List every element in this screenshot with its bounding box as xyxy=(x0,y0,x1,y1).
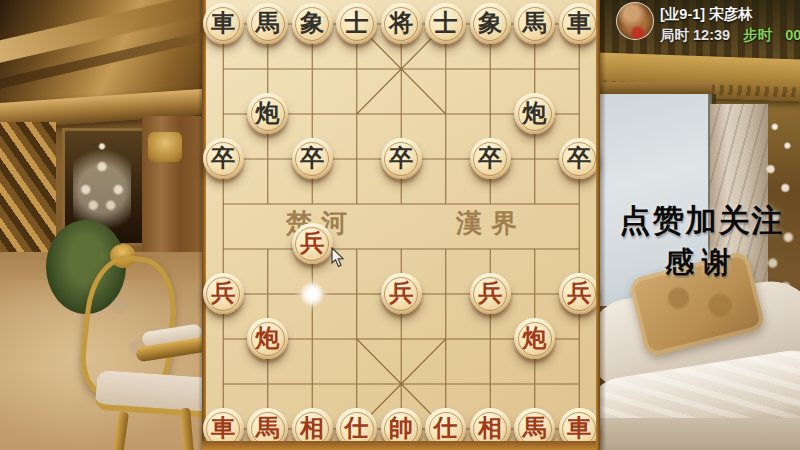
piece-glyph: 馬 xyxy=(256,7,280,39)
move-time-value: 00:30 xyxy=(785,27,800,43)
piece-glyph: 卒 xyxy=(300,142,324,174)
pieces-grid: 車馬象士将士象馬車炮炮卒卒卒卒卒兵兵兵兵兵炮炮車馬相仕帥仕相馬車 xyxy=(201,1,602,450)
piece-black-c[interactable]: 炮 xyxy=(514,93,555,134)
piece-glyph: 兵 xyxy=(211,277,235,309)
piece-glyph: 仕 xyxy=(345,412,369,444)
piece-black-b[interactable]: 象 xyxy=(292,3,333,44)
piece-black-c[interactable]: 炮 xyxy=(247,93,288,134)
piece-black-p[interactable]: 卒 xyxy=(559,138,600,179)
piece-glyph: 馬 xyxy=(523,412,547,444)
piece-red-P[interactable]: 兵 xyxy=(381,273,422,314)
piece-glyph: 象 xyxy=(300,7,324,39)
piece-red-P[interactable]: 兵 xyxy=(559,273,600,314)
piece-black-b[interactable]: 象 xyxy=(470,3,511,44)
piece-glyph: 兵 xyxy=(478,277,502,309)
piece-glyph: 車 xyxy=(211,7,235,39)
board-bottom-edge xyxy=(202,441,600,450)
stream-frame: 楚河 漢界 車馬象士将士象馬車炮炮卒卒卒卒卒兵兵兵兵兵炮炮車馬相仕帥仕相馬車 [… xyxy=(0,0,800,450)
piece-glyph: 車 xyxy=(211,412,235,444)
piece-black-n[interactable]: 馬 xyxy=(514,3,555,44)
piece-red-P[interactable]: 兵 xyxy=(292,223,333,264)
piece-glyph: 馬 xyxy=(256,412,280,444)
piece-glyph: 仕 xyxy=(434,412,458,444)
piece-black-n[interactable]: 馬 xyxy=(247,3,288,44)
piece-glyph: 兵 xyxy=(389,277,413,309)
background-room-left xyxy=(0,0,205,450)
piece-black-a[interactable]: 士 xyxy=(336,3,377,44)
piece-red-P[interactable]: 兵 xyxy=(470,273,511,314)
piece-red-C[interactable]: 炮 xyxy=(514,318,555,359)
move-time-label: 步时 xyxy=(743,27,772,43)
piece-black-a[interactable]: 士 xyxy=(425,3,466,44)
piece-glyph: 兵 xyxy=(300,227,324,259)
piece-glyph: 士 xyxy=(345,7,369,39)
piece-glyph: 卒 xyxy=(478,142,502,174)
piece-glyph: 卒 xyxy=(389,142,413,174)
piece-glyph: 車 xyxy=(567,7,591,39)
piece-red-P[interactable]: 兵 xyxy=(203,273,244,314)
game-time-label: 局时 xyxy=(660,27,689,43)
piece-glyph: 士 xyxy=(434,7,458,39)
follow-banner: 点赞加关注 感谢 xyxy=(604,200,800,283)
xiangqi-board[interactable]: 楚河 漢界 車馬象士将士象馬車炮炮卒卒卒卒卒兵兵兵兵兵炮炮車馬相仕帥仕相馬車 xyxy=(202,0,600,450)
game-time-value: 12:39 xyxy=(693,27,730,43)
piece-black-p[interactable]: 卒 xyxy=(381,138,422,179)
piece-black-r[interactable]: 車 xyxy=(203,3,244,44)
candelabra-icon xyxy=(73,139,131,231)
piece-glyph: 炮 xyxy=(256,322,280,354)
piece-glyph: 卒 xyxy=(211,142,235,174)
piece-glyph: 車 xyxy=(567,412,591,444)
piece-black-r[interactable]: 車 xyxy=(559,3,600,44)
piece-glyph: 相 xyxy=(300,412,324,444)
piece-glyph: 馬 xyxy=(523,7,547,39)
piece-glyph: 帥 xyxy=(389,412,413,444)
piece-black-p[interactable]: 卒 xyxy=(470,138,511,179)
timers: 局时 12:39 步时 00:30 xyxy=(660,26,800,45)
player-avatar[interactable] xyxy=(616,2,654,40)
piece-glyph: 兵 xyxy=(567,277,591,309)
chair-leg xyxy=(113,412,129,450)
piece-red-C[interactable]: 炮 xyxy=(247,318,288,359)
piece-glyph: 相 xyxy=(478,412,502,444)
piece-black-k[interactable]: 将 xyxy=(381,3,422,44)
sofa-base xyxy=(598,418,800,450)
piece-glyph: 象 xyxy=(478,7,502,39)
player-hud: [业9-1] 宋彦林 局时 12:39 步时 00:30 xyxy=(600,0,800,54)
piece-glyph: 炮 xyxy=(523,322,547,354)
cream-sofa xyxy=(598,268,800,450)
piece-black-p[interactable]: 卒 xyxy=(203,138,244,179)
player-name: [业9-1] 宋彦林 xyxy=(660,5,753,24)
piece-glyph: 炮 xyxy=(523,97,547,129)
piece-black-p[interactable]: 卒 xyxy=(292,138,333,179)
gilded-chair xyxy=(58,246,205,450)
piece-glyph: 卒 xyxy=(567,142,591,174)
piece-glyph: 炮 xyxy=(256,97,280,129)
banner-line2: 感谢 xyxy=(604,243,800,283)
piece-glyph: 将 xyxy=(389,7,413,39)
banner-line1: 点赞加关注 xyxy=(604,200,800,242)
